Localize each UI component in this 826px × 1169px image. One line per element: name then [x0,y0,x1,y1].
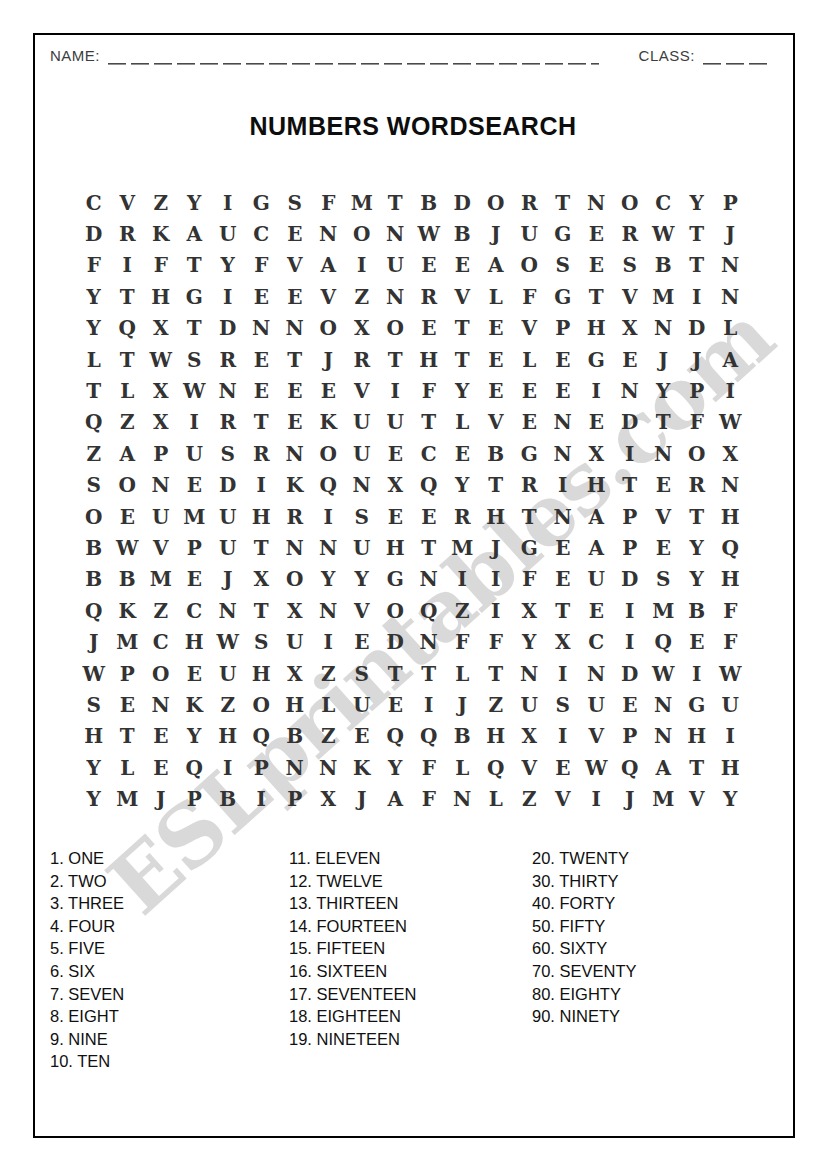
grid-cell[interactable]: N [714,470,748,501]
grid-cell[interactable]: Z [345,281,379,312]
grid-cell[interactable]: V [580,721,614,752]
grid-cell[interactable]: E [178,470,212,501]
grid-cell[interactable]: N [278,438,312,469]
grid-cell[interactable]: O [513,250,547,281]
grid-cell[interactable]: H [178,626,212,657]
grid-cell[interactable]: K [278,470,312,501]
grid-cell[interactable]: R [345,344,379,375]
grid-cell[interactable]: B [479,438,513,469]
grid-cell[interactable]: J [479,532,513,563]
grid-cell[interactable]: I [580,375,614,406]
grid-cell[interactable]: V [144,532,178,563]
grid-cell[interactable]: E [345,626,379,657]
grid-cell[interactable]: Y [714,783,748,814]
grid-cell[interactable]: N [647,689,681,720]
grid-cell[interactable]: W [111,532,145,563]
grid-cell[interactable]: P [111,658,145,689]
grid-cell[interactable]: E [479,375,513,406]
grid-cell[interactable]: I [446,564,480,595]
grid-cell[interactable]: N [278,752,312,783]
grid-cell[interactable]: B [412,187,446,218]
grid-cell[interactable]: N [412,626,446,657]
grid-cell[interactable]: I [580,783,614,814]
grid-cell[interactable]: E [546,532,580,563]
grid-cell[interactable]: U [211,218,245,249]
grid-cell[interactable]: Z [312,658,346,689]
grid-cell[interactable]: V [111,187,145,218]
grid-cell[interactable]: J [479,218,513,249]
grid-cell[interactable]: B [446,721,480,752]
grid-cell[interactable]: H [580,470,614,501]
grid-cell[interactable]: T [513,501,547,532]
grid-cell[interactable]: T [479,658,513,689]
grid-cell[interactable]: G [546,218,580,249]
grid-cell[interactable]: R [446,501,480,532]
grid-cell[interactable]: U [513,218,547,249]
grid-cell[interactable]: E [278,281,312,312]
grid-cell[interactable]: D [613,658,647,689]
grid-cell[interactable]: S [245,626,279,657]
grid-cell[interactable]: H [680,721,714,752]
grid-cell[interactable]: X [345,313,379,344]
grid-cell[interactable]: E [245,281,279,312]
grid-cell[interactable]: S [546,689,580,720]
grid-cell[interactable]: I [211,187,245,218]
grid-cell[interactable]: I [546,470,580,501]
grid-cell[interactable]: E [111,501,145,532]
grid-cell[interactable]: N [312,218,346,249]
grid-cell[interactable]: Z [144,595,178,626]
grid-cell[interactable]: E [446,250,480,281]
grid-cell[interactable]: Y [680,532,714,563]
grid-cell[interactable]: W [580,752,614,783]
grid-cell[interactable]: I [111,250,145,281]
grid-cell[interactable]: R [513,187,547,218]
grid-cell[interactable]: Y [77,752,111,783]
grid-cell[interactable]: S [613,250,647,281]
grid-cell[interactable]: Z [513,783,547,814]
grid-cell[interactable]: I [412,689,446,720]
grid-cell[interactable]: J [345,783,379,814]
grid-cell[interactable]: L [77,344,111,375]
grid-cell[interactable]: T [412,532,446,563]
grid-cell[interactable]: Z [479,689,513,720]
grid-cell[interactable]: E [446,438,480,469]
grid-cell[interactable]: Y [446,470,480,501]
grid-cell[interactable]: N [379,281,413,312]
grid-cell[interactable]: W [144,344,178,375]
grid-cell[interactable]: Y [178,721,212,752]
grid-cell[interactable]: T [111,344,145,375]
grid-cell[interactable]: V [345,595,379,626]
grid-cell[interactable]: Q [412,595,446,626]
grid-cell[interactable]: I [613,595,647,626]
grid-cell[interactable]: E [546,375,580,406]
grid-cell[interactable]: A [714,344,748,375]
grid-cell[interactable]: P [144,438,178,469]
grid-cell[interactable]: Z [144,187,178,218]
grid-cell[interactable]: N [211,375,245,406]
grid-cell[interactable]: V [278,250,312,281]
grid-cell[interactable]: Y [647,375,681,406]
grid-cell[interactable]: I [345,250,379,281]
grid-cell[interactable]: X [144,407,178,438]
grid-cell[interactable]: S [77,689,111,720]
grid-cell[interactable]: E [580,407,614,438]
grid-cell[interactable]: O [77,501,111,532]
grid-cell[interactable]: L [446,658,480,689]
grid-cell[interactable]: F [77,250,111,281]
grid-cell[interactable]: X [312,783,346,814]
grid-cell[interactable]: F [412,375,446,406]
grid-cell[interactable]: R [278,501,312,532]
grid-cell[interactable]: H [77,721,111,752]
grid-cell[interactable]: N [278,532,312,563]
grid-cell[interactable]: O [111,470,145,501]
grid-cell[interactable]: M [111,783,145,814]
grid-cell[interactable]: Q [714,532,748,563]
grid-cell[interactable]: G [513,438,547,469]
grid-cell[interactable]: H [144,281,178,312]
grid-cell[interactable]: O [379,313,413,344]
grid-cell[interactable]: E [580,595,614,626]
grid-cell[interactable]: Y [312,564,346,595]
grid-cell[interactable]: T [647,407,681,438]
grid-cell[interactable]: Q [379,721,413,752]
grid-cell[interactable]: R [111,218,145,249]
grid-cell[interactable]: E [412,313,446,344]
grid-cell[interactable]: V [613,281,647,312]
grid-cell[interactable]: Y [77,313,111,344]
grid-cell[interactable]: T [111,721,145,752]
grid-cell[interactable]: R [680,470,714,501]
grid-cell[interactable]: N [278,313,312,344]
grid-cell[interactable]: K [111,595,145,626]
grid-cell[interactable]: W [647,658,681,689]
grid-cell[interactable]: J [312,344,346,375]
grid-cell[interactable]: T [412,658,446,689]
grid-cell[interactable]: E [513,375,547,406]
grid-cell[interactable]: B [77,564,111,595]
grid-cell[interactable]: S [211,438,245,469]
grid-cell[interactable]: P [178,532,212,563]
grid-cell[interactable]: X [144,313,178,344]
grid-cell[interactable]: X [513,721,547,752]
grid-cell[interactable]: G [245,187,279,218]
grid-cell[interactable]: V [345,375,379,406]
grid-cell[interactable]: V [446,281,480,312]
grid-cell[interactable]: N [546,438,580,469]
grid-cell[interactable]: J [77,626,111,657]
grid-cell[interactable]: T [680,218,714,249]
grid-cell[interactable]: F [446,626,480,657]
grid-cell[interactable]: N [312,595,346,626]
grid-cell[interactable]: I [245,470,279,501]
grid-cell[interactable]: T [278,344,312,375]
grid-cell[interactable]: Z [111,407,145,438]
grid-cell[interactable]: M [144,564,178,595]
grid-cell[interactable]: N [613,375,647,406]
grid-cell[interactable]: E [312,375,346,406]
grid-cell[interactable]: H [714,501,748,532]
grid-cell[interactable]: T [446,313,480,344]
grid-cell[interactable]: L [446,752,480,783]
grid-cell[interactable]: P [613,721,647,752]
grid-cell[interactable]: L [446,407,480,438]
grid-cell[interactable]: H [580,313,614,344]
grid-cell[interactable]: U [211,501,245,532]
grid-cell[interactable]: J [446,689,480,720]
grid-cell[interactable]: R [245,438,279,469]
grid-cell[interactable]: Q [77,407,111,438]
grid-cell[interactable]: L [111,375,145,406]
grid-cell[interactable]: V [479,407,513,438]
grid-cell[interactable]: C [245,218,279,249]
grid-cell[interactable]: I [714,721,748,752]
grid-cell[interactable]: V [680,783,714,814]
grid-cell[interactable]: N [144,689,178,720]
grid-cell[interactable]: G [178,281,212,312]
grid-cell[interactable]: F [412,752,446,783]
grid-cell[interactable]: B [278,721,312,752]
grid-cell[interactable]: X [714,438,748,469]
grid-cell[interactable]: E [379,501,413,532]
grid-cell[interactable]: V [513,752,547,783]
grid-cell[interactable]: B [111,564,145,595]
grid-cell[interactable]: T [178,250,212,281]
grid-cell[interactable]: O [312,313,346,344]
grid-cell[interactable]: L [479,281,513,312]
grid-cell[interactable]: E [647,532,681,563]
grid-cell[interactable]: Q [412,470,446,501]
grid-cell[interactable]: O [144,658,178,689]
grid-cell[interactable]: A [111,438,145,469]
grid-cell[interactable]: T [245,595,279,626]
grid-cell[interactable]: D [446,187,480,218]
grid-cell[interactable]: P [178,783,212,814]
grid-cell[interactable]: H [245,658,279,689]
grid-cell[interactable]: K [144,218,178,249]
grid-cell[interactable]: N [144,470,178,501]
grid-cell[interactable]: X [278,658,312,689]
grid-cell[interactable]: C [77,187,111,218]
grid-cell[interactable]: I [613,438,647,469]
grid-cell[interactable]: L [312,689,346,720]
grid-cell[interactable]: G [680,689,714,720]
grid-cell[interactable]: G [513,532,547,563]
grid-cell[interactable]: W [647,218,681,249]
grid-cell[interactable]: R [613,218,647,249]
grid-cell[interactable]: M [446,532,480,563]
grid-cell[interactable]: F [412,783,446,814]
grid-cell[interactable]: J [211,564,245,595]
grid-cell[interactable]: H [412,344,446,375]
grid-cell[interactable]: O [345,218,379,249]
grid-cell[interactable]: N [580,658,614,689]
grid-cell[interactable]: H [211,721,245,752]
grid-cell[interactable]: U [379,250,413,281]
grid-cell[interactable]: B [680,595,714,626]
grid-cell[interactable]: A [479,250,513,281]
grid-cell[interactable]: T [379,187,413,218]
grid-cell[interactable]: T [580,281,614,312]
grid-cell[interactable]: G [546,281,580,312]
grid-cell[interactable]: A [312,250,346,281]
grid-cell[interactable]: E [613,344,647,375]
grid-cell[interactable]: D [211,470,245,501]
grid-cell[interactable]: P [613,532,647,563]
grid-cell[interactable]: D [613,564,647,595]
grid-cell[interactable]: T [245,407,279,438]
grid-cell[interactable]: E [278,218,312,249]
grid-cell[interactable]: Y [446,375,480,406]
grid-cell[interactable]: I [546,721,580,752]
grid-cell[interactable]: P [245,752,279,783]
grid-cell[interactable]: L [111,752,145,783]
grid-cell[interactable]: T [379,658,413,689]
grid-cell[interactable]: I [680,281,714,312]
grid-cell[interactable]: X [613,313,647,344]
grid-cell[interactable]: U [345,689,379,720]
grid-cell[interactable]: M [345,187,379,218]
grid-cell[interactable]: E [546,564,580,595]
grid-cell[interactable]: F [513,564,547,595]
grid-cell[interactable]: E [379,689,413,720]
grid-cell[interactable]: E [580,250,614,281]
grid-cell[interactable]: N [647,721,681,752]
grid-cell[interactable]: J [680,344,714,375]
grid-cell[interactable]: Q [77,595,111,626]
grid-cell[interactable]: F [144,250,178,281]
grid-cell[interactable]: N [312,752,346,783]
grid-cell[interactable]: Z [77,438,111,469]
grid-cell[interactable]: H [278,689,312,720]
grid-cell[interactable]: I [479,564,513,595]
grid-cell[interactable]: D [77,218,111,249]
grid-cell[interactable]: T [546,595,580,626]
grid-cell[interactable]: L [479,783,513,814]
grid-cell[interactable]: P [546,313,580,344]
grid-cell[interactable]: O [245,689,279,720]
grid-cell[interactable]: E [513,407,547,438]
grid-cell[interactable]: I [211,752,245,783]
grid-cell[interactable]: Y [77,783,111,814]
grid-cell[interactable]: T [680,501,714,532]
grid-cell[interactable]: V [647,501,681,532]
grid-cell[interactable]: V [513,313,547,344]
grid-cell[interactable]: N [714,250,748,281]
grid-cell[interactable]: E [479,313,513,344]
grid-cell[interactable]: H [245,501,279,532]
grid-cell[interactable]: T [111,281,145,312]
grid-cell[interactable]: T [546,187,580,218]
grid-cell[interactable]: U [144,501,178,532]
grid-cell[interactable]: Z [446,595,480,626]
grid-cell[interactable]: W [714,658,748,689]
grid-cell[interactable]: M [647,783,681,814]
grid-cell[interactable]: I [312,501,346,532]
grid-cell[interactable]: N [513,658,547,689]
grid-cell[interactable]: C [580,626,614,657]
grid-cell[interactable]: H [479,721,513,752]
grid-cell[interactable]: F [245,250,279,281]
grid-cell[interactable]: U [211,532,245,563]
grid-cell[interactable]: Q [647,626,681,657]
grid-cell[interactable]: T [412,407,446,438]
grid-cell[interactable]: X [546,626,580,657]
grid-cell[interactable]: I [613,626,647,657]
grid-cell[interactable]: P [680,375,714,406]
grid-cell[interactable]: E [379,438,413,469]
grid-cell[interactable]: U [580,564,614,595]
grid-cell[interactable]: K [312,407,346,438]
grid-cell[interactable]: D [379,626,413,657]
grid-cell[interactable]: U [345,407,379,438]
grid-cell[interactable]: H [714,564,748,595]
grid-cell[interactable]: G [580,344,614,375]
grid-cell[interactable]: Y [178,187,212,218]
grid-cell[interactable]: P [613,501,647,532]
grid-cell[interactable]: H [714,752,748,783]
grid-cell[interactable]: J [714,218,748,249]
grid-cell[interactable]: X [379,470,413,501]
grid-cell[interactable]: K [345,752,379,783]
grid-cell[interactable]: U [513,689,547,720]
grid-cell[interactable]: O [312,438,346,469]
grid-cell[interactable]: N [245,313,279,344]
grid-cell[interactable]: E [144,721,178,752]
grid-cell[interactable]: A [580,532,614,563]
grid-cell[interactable]: M [111,626,145,657]
grid-cell[interactable]: S [345,658,379,689]
grid-cell[interactable]: W [178,375,212,406]
grid-cell[interactable]: A [379,783,413,814]
grid-cell[interactable]: S [647,564,681,595]
grid-cell[interactable]: I [479,595,513,626]
grid-cell[interactable]: S [546,250,580,281]
grid-cell[interactable]: N [714,281,748,312]
grid-cell[interactable]: F [513,281,547,312]
grid-cell[interactable]: D [680,313,714,344]
grid-cell[interactable]: U [278,626,312,657]
grid-cell[interactable]: M [178,501,212,532]
grid-cell[interactable]: T [680,752,714,783]
grid-cell[interactable]: D [211,313,245,344]
grid-cell[interactable]: Z [312,721,346,752]
grid-cell[interactable]: I [546,658,580,689]
grid-cell[interactable]: I [714,375,748,406]
grid-cell[interactable]: O [613,187,647,218]
grid-cell[interactable]: L [513,344,547,375]
grid-cell[interactable]: E [613,689,647,720]
grid-cell[interactable]: L [714,313,748,344]
grid-cell[interactable]: D [613,407,647,438]
grid-cell[interactable]: A [580,501,614,532]
grid-cell[interactable]: J [613,783,647,814]
grid-cell[interactable]: B [77,532,111,563]
grid-cell[interactable]: C [412,438,446,469]
grid-cell[interactable]: N [379,218,413,249]
grid-cell[interactable]: T [613,470,647,501]
grid-cell[interactable]: S [278,187,312,218]
grid-cell[interactable]: N [647,438,681,469]
grid-cell[interactable]: I [245,783,279,814]
grid-cell[interactable]: E [245,344,279,375]
grid-cell[interactable]: N [647,313,681,344]
grid-cell[interactable]: C [178,595,212,626]
grid-cell[interactable]: T [245,532,279,563]
grid-cell[interactable]: U [178,438,212,469]
